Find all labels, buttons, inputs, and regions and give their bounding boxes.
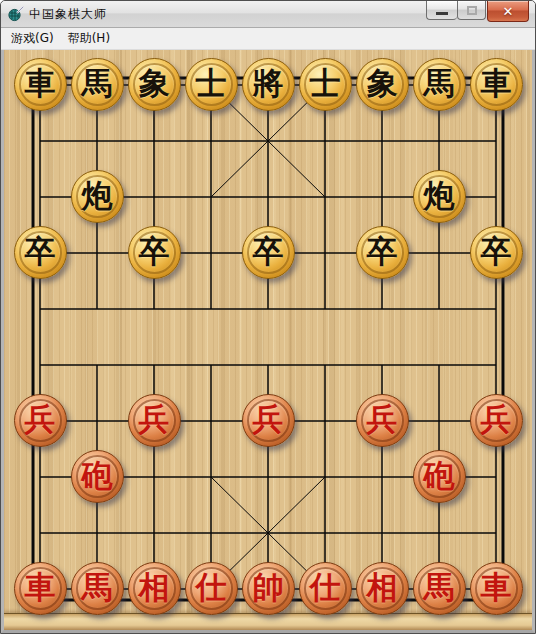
piece-glyph: 馬: [424, 68, 455, 99]
piece-glyph: 兵: [481, 404, 512, 435]
app-icon-graphic: [8, 6, 24, 22]
board-bevel-edge: [4, 613, 532, 630]
minimize-icon: [436, 12, 448, 15]
piece-glyph: 車: [481, 572, 512, 603]
piece-red-soldier[interactable]: 兵: [356, 394, 409, 447]
menu-item-help[interactable]: 帮助(H): [61, 28, 117, 49]
piece-glyph: 馬: [424, 572, 455, 603]
piece-glyph: 兵: [139, 404, 170, 435]
app-window: 中国象棋大师 ✕ 游戏(G) 帮助(H): [0, 0, 536, 634]
piece-glyph: 卒: [253, 236, 284, 267]
piece-glyph: 帥: [253, 572, 284, 603]
window-controls: ✕: [426, 1, 529, 22]
minimize-button[interactable]: [426, 1, 457, 20]
piece-glyph: 兵: [25, 404, 56, 435]
board-grid: [4, 50, 532, 630]
piece-glyph: 象: [139, 68, 170, 99]
piece-red-soldier[interactable]: 兵: [14, 394, 67, 447]
piece-black-general[interactable]: 將: [242, 58, 295, 111]
piece-glyph: 砲: [424, 460, 455, 491]
piece-glyph: 卒: [25, 236, 56, 267]
piece-red-advisor[interactable]: 仕: [299, 562, 352, 615]
piece-glyph: 兵: [367, 404, 398, 435]
piece-black-cannon[interactable]: 炮: [71, 170, 124, 223]
piece-black-elephant[interactable]: 象: [356, 58, 409, 111]
piece-red-soldier[interactable]: 兵: [128, 394, 181, 447]
piece-glyph: 仕: [310, 572, 341, 603]
piece-red-horse[interactable]: 馬: [413, 562, 466, 615]
close-icon: ✕: [503, 5, 514, 18]
window-title: 中国象棋大师: [29, 6, 107, 23]
piece-red-elephant[interactable]: 相: [356, 562, 409, 615]
piece-red-cannon[interactable]: 砲: [71, 450, 124, 503]
piece-glyph: 車: [481, 68, 512, 99]
piece-glyph: 炮: [82, 180, 113, 211]
piece-black-elephant[interactable]: 象: [128, 58, 181, 111]
piece-red-advisor[interactable]: 仕: [185, 562, 238, 615]
piece-red-cannon[interactable]: 砲: [413, 450, 466, 503]
piece-glyph: 砲: [82, 460, 113, 491]
piece-red-chariot[interactable]: 車: [14, 562, 67, 615]
piece-glyph: 車: [25, 572, 56, 603]
piece-black-cannon[interactable]: 炮: [413, 170, 466, 223]
board-frame: 車馬象士將士象馬車炮炮卒卒卒卒卒兵兵兵兵兵砲砲車馬相仕帥仕相馬車: [1, 50, 535, 633]
piece-glyph: 相: [139, 572, 170, 603]
piece-red-general[interactable]: 帥: [242, 562, 295, 615]
close-button[interactable]: ✕: [487, 1, 529, 22]
titlebar[interactable]: 中国象棋大师 ✕: [1, 1, 535, 28]
piece-black-horse[interactable]: 馬: [71, 58, 124, 111]
piece-glyph: 相: [367, 572, 398, 603]
piece-glyph: 卒: [367, 236, 398, 267]
piece-glyph: 兵: [253, 404, 284, 435]
piece-glyph: 士: [196, 68, 227, 99]
piece-red-chariot[interactable]: 車: [470, 562, 523, 615]
piece-glyph: 車: [25, 68, 56, 99]
piece-black-soldier[interactable]: 卒: [356, 226, 409, 279]
piece-black-horse[interactable]: 馬: [413, 58, 466, 111]
piece-black-advisor[interactable]: 士: [185, 58, 238, 111]
piece-red-elephant[interactable]: 相: [128, 562, 181, 615]
maximize-button[interactable]: [457, 1, 486, 20]
piece-red-soldier[interactable]: 兵: [242, 394, 295, 447]
piece-glyph: 馬: [82, 68, 113, 99]
piece-black-chariot[interactable]: 車: [14, 58, 67, 111]
piece-glyph: 馬: [82, 572, 113, 603]
piece-glyph: 士: [310, 68, 341, 99]
piece-black-advisor[interactable]: 士: [299, 58, 352, 111]
xiangqi-board[interactable]: 車馬象士將士象馬車炮炮卒卒卒卒卒兵兵兵兵兵砲砲車馬相仕帥仕相馬車: [4, 50, 532, 630]
piece-black-chariot[interactable]: 車: [470, 58, 523, 111]
piece-glyph: 炮: [424, 180, 455, 211]
piece-glyph: 仕: [196, 572, 227, 603]
piece-glyph: 象: [367, 68, 398, 99]
piece-glyph: 將: [253, 68, 284, 99]
piece-black-soldier[interactable]: 卒: [242, 226, 295, 279]
maximize-icon: [467, 6, 477, 15]
piece-black-soldier[interactable]: 卒: [470, 226, 523, 279]
piece-red-horse[interactable]: 馬: [71, 562, 124, 615]
piece-red-soldier[interactable]: 兵: [470, 394, 523, 447]
piece-glyph: 卒: [139, 236, 170, 267]
piece-black-soldier[interactable]: 卒: [128, 226, 181, 279]
piece-black-soldier[interactable]: 卒: [14, 226, 67, 279]
menubar: 游戏(G) 帮助(H): [1, 28, 535, 50]
app-icon[interactable]: [8, 6, 24, 22]
menu-item-game[interactable]: 游戏(G): [4, 28, 61, 49]
piece-glyph: 卒: [481, 236, 512, 267]
